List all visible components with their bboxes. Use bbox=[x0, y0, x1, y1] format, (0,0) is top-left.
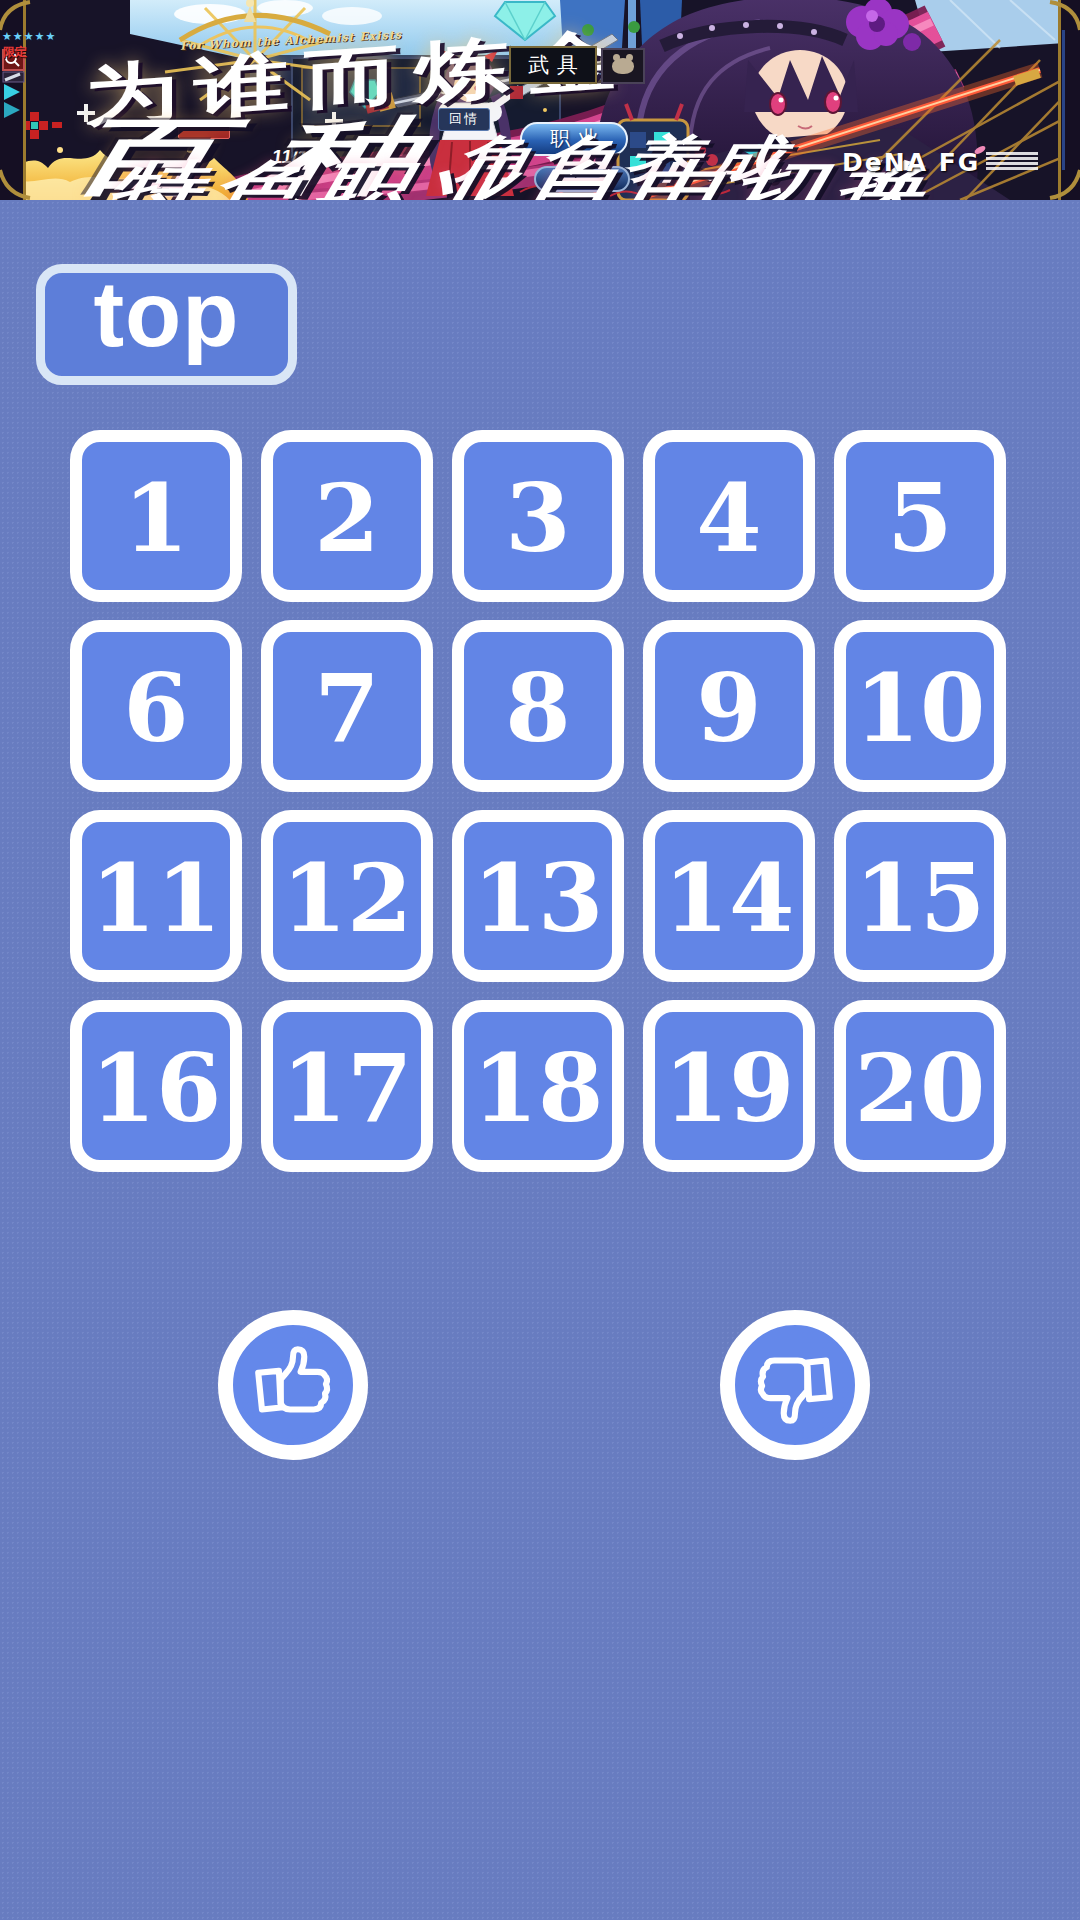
banner-limited-label: 限定 bbox=[3, 44, 27, 61]
grid-button-18[interactable]: 18 bbox=[452, 1000, 624, 1172]
grid-button-3-label: 3 bbox=[505, 471, 570, 565]
thumbs-down-icon bbox=[748, 1338, 842, 1432]
grid-button-5-label: 5 bbox=[887, 471, 952, 565]
grid-button-7-label: 7 bbox=[314, 661, 379, 755]
grid-button-10-label: 10 bbox=[855, 661, 986, 755]
grid-button-20-label: 20 bbox=[855, 1041, 986, 1135]
top-button[interactable]: top bbox=[36, 264, 297, 385]
like-button[interactable] bbox=[218, 1310, 368, 1460]
grid-button-17-label: 17 bbox=[282, 1041, 413, 1135]
grid-button-20[interactable]: 20 bbox=[834, 1000, 1006, 1172]
dislike-button[interactable] bbox=[720, 1310, 870, 1460]
screen: ★★★★★ 限定 For Whom the Alchemist Exists 为… bbox=[0, 0, 1080, 1920]
grid-button-2[interactable]: 2 bbox=[261, 430, 433, 602]
grid-button-11[interactable]: 11 bbox=[70, 810, 242, 982]
grid-button-9-label: 9 bbox=[696, 661, 761, 755]
banner-weapon-box: 武具 bbox=[509, 46, 597, 84]
grid-button-5[interactable]: 5 bbox=[834, 430, 1006, 602]
grid-button-4[interactable]: 4 bbox=[643, 430, 815, 602]
grid-button-19-label: 19 bbox=[664, 1041, 795, 1135]
grid-button-19[interactable]: 19 bbox=[643, 1000, 815, 1172]
grid-button-2-label: 2 bbox=[314, 471, 379, 565]
grid-button-6-label: 6 bbox=[123, 661, 188, 755]
grid-button-12-label: 12 bbox=[282, 851, 413, 945]
grid-button-9[interactable]: 9 bbox=[643, 620, 815, 792]
grid-button-14[interactable]: 14 bbox=[643, 810, 815, 982]
grid-button-11-label: 11 bbox=[91, 851, 222, 945]
grid-button-14-label: 14 bbox=[664, 851, 795, 945]
mouse-icon bbox=[612, 58, 634, 74]
thumbs-up-icon bbox=[246, 1338, 340, 1432]
grid-button-15-label: 15 bbox=[855, 851, 986, 945]
grid-button-8-label: 8 bbox=[505, 661, 570, 755]
grid-button-16-label: 16 bbox=[91, 1041, 222, 1135]
grid-button-16[interactable]: 16 bbox=[70, 1000, 242, 1172]
grid-button-7[interactable]: 7 bbox=[261, 620, 433, 792]
grid-button-15[interactable]: 15 bbox=[834, 810, 1006, 982]
top-button-label: top bbox=[93, 262, 239, 367]
publisher-logo: DeNA FG bbox=[842, 148, 980, 177]
grid-button-13-label: 13 bbox=[473, 851, 604, 945]
banner-pet-slot bbox=[601, 48, 645, 84]
grid-button-8[interactable]: 8 bbox=[452, 620, 624, 792]
grid-button-13[interactable]: 13 bbox=[452, 810, 624, 982]
grid-button-18-label: 18 bbox=[473, 1041, 604, 1135]
grid-button-4-label: 4 bbox=[696, 471, 761, 565]
ad-banner[interactable]: ★★★★★ 限定 For Whom the Alchemist Exists 为… bbox=[0, 0, 1080, 200]
grid-button-1[interactable]: 1 bbox=[70, 430, 242, 602]
grid-button-12[interactable]: 12 bbox=[261, 810, 433, 982]
grid-button-10[interactable]: 10 bbox=[834, 620, 1006, 792]
grid-button-3[interactable]: 3 bbox=[452, 430, 624, 602]
grid-button-6[interactable]: 6 bbox=[70, 620, 242, 792]
grid-button-17[interactable]: 17 bbox=[261, 1000, 433, 1172]
banner-slogan-line2: 特色职业自由切换 bbox=[103, 150, 946, 200]
banner-stars: ★★★★★ bbox=[2, 30, 56, 43]
publisher-fine-print bbox=[986, 150, 1038, 174]
number-grid: 1 2 3 4 5 6 7 8 9 10 11 12 13 14 15 16 1… bbox=[70, 430, 1006, 1172]
grid-button-1-label: 1 bbox=[123, 471, 188, 565]
